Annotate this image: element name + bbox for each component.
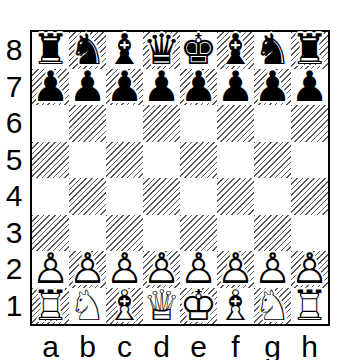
piece-outline-glyph: ♘	[69, 288, 106, 325]
square-d4[interactable]	[143, 178, 180, 215]
black-pawn-icon[interactable]: ♟	[32, 69, 69, 106]
square-h1[interactable]: ♜♖	[291, 288, 328, 325]
rank-label-2: 2	[0, 251, 28, 288]
square-e5[interactable]	[180, 142, 217, 179]
square-a5[interactable]	[32, 142, 69, 179]
black-pawn-icon[interactable]: ♟	[143, 69, 180, 106]
piece-fill-glyph: ♟	[291, 69, 328, 106]
rank-labels: 87654321	[0, 32, 28, 324]
square-e7[interactable]: ♟	[180, 69, 217, 106]
rank-label-3: 3	[0, 215, 28, 252]
file-label-f: f	[217, 330, 254, 360]
piece-fill-glyph: ♟	[254, 69, 291, 106]
white-queen-icon[interactable]: ♛♕	[143, 288, 180, 325]
square-h5[interactable]	[291, 142, 328, 179]
file-labels: abcdefgh	[32, 330, 328, 358]
square-a1[interactable]: ♜♖	[32, 288, 69, 325]
white-knight-icon[interactable]: ♞♘	[254, 288, 291, 325]
piece-fill-glyph: ♟	[32, 69, 69, 106]
rank-label-7: 7	[0, 69, 28, 106]
square-b1[interactable]: ♞♘	[69, 288, 106, 325]
piece-fill-glyph: ♟	[69, 69, 106, 106]
square-d5[interactable]	[143, 142, 180, 179]
chess-diagram: 87654321 ♜♞♝♛♚♝♞♜♟♟♟♟♟♟♟♟♟♙♟♙♟♙♟♙♟♙♟♙♟♙♟…	[0, 0, 360, 360]
square-c7[interactable]: ♟	[106, 69, 143, 106]
piece-outline-glyph: ♖	[291, 288, 328, 325]
white-rook-icon[interactable]: ♜♖	[291, 288, 328, 325]
white-knight-icon[interactable]: ♞♘	[69, 288, 106, 325]
piece-fill-glyph: ♟	[217, 69, 254, 106]
square-h7[interactable]: ♟	[291, 69, 328, 106]
square-g7[interactable]: ♟	[254, 69, 291, 106]
white-rook-icon[interactable]: ♜♖	[32, 288, 69, 325]
file-label-e: e	[180, 330, 217, 360]
piece-outline-glyph: ♕	[143, 288, 180, 325]
piece-outline-glyph: ♘	[254, 288, 291, 325]
square-e1[interactable]: ♚♔	[180, 288, 217, 325]
square-b6[interactable]	[69, 105, 106, 142]
chess-board: ♜♞♝♛♚♝♞♜♟♟♟♟♟♟♟♟♟♙♟♙♟♙♟♙♟♙♟♙♟♙♟♙♜♖♞♘♝♗♛♕…	[30, 30, 330, 326]
piece-outline-glyph: ♗	[217, 288, 254, 325]
square-b5[interactable]	[69, 142, 106, 179]
black-pawn-icon[interactable]: ♟	[180, 69, 217, 106]
square-e4[interactable]	[180, 178, 217, 215]
square-f1[interactable]: ♝♗	[217, 288, 254, 325]
square-f6[interactable]	[217, 105, 254, 142]
white-bishop-icon[interactable]: ♝♗	[106, 288, 143, 325]
rank-label-6: 6	[0, 105, 28, 142]
black-pawn-icon[interactable]: ♟	[291, 69, 328, 106]
file-label-h: h	[291, 330, 328, 360]
piece-outline-glyph: ♗	[106, 288, 143, 325]
square-g1[interactable]: ♞♘	[254, 288, 291, 325]
rank-label-1: 1	[0, 288, 28, 325]
rank-label-5: 5	[0, 142, 28, 179]
square-b4[interactable]	[69, 178, 106, 215]
file-label-g: g	[254, 330, 291, 360]
file-label-b: b	[69, 330, 106, 360]
square-f4[interactable]	[217, 178, 254, 215]
square-c4[interactable]	[106, 178, 143, 215]
square-f7[interactable]: ♟	[217, 69, 254, 106]
rank-label-8: 8	[0, 32, 28, 69]
square-c1[interactable]: ♝♗	[106, 288, 143, 325]
black-pawn-icon[interactable]: ♟	[106, 69, 143, 106]
square-g6[interactable]	[254, 105, 291, 142]
square-a7[interactable]: ♟	[32, 69, 69, 106]
piece-outline-glyph: ♔	[180, 288, 217, 325]
black-pawn-icon[interactable]: ♟	[217, 69, 254, 106]
square-c5[interactable]	[106, 142, 143, 179]
square-g5[interactable]	[254, 142, 291, 179]
square-d7[interactable]: ♟	[143, 69, 180, 106]
square-d6[interactable]	[143, 105, 180, 142]
square-d1[interactable]: ♛♕	[143, 288, 180, 325]
square-h4[interactable]	[291, 178, 328, 215]
square-a4[interactable]	[32, 178, 69, 215]
square-e6[interactable]	[180, 105, 217, 142]
square-g4[interactable]	[254, 178, 291, 215]
square-a6[interactable]	[32, 105, 69, 142]
square-f5[interactable]	[217, 142, 254, 179]
white-bishop-icon[interactable]: ♝♗	[217, 288, 254, 325]
file-label-c: c	[106, 330, 143, 360]
piece-fill-glyph: ♟	[106, 69, 143, 106]
black-pawn-icon[interactable]: ♟	[69, 69, 106, 106]
square-h6[interactable]	[291, 105, 328, 142]
black-pawn-icon[interactable]: ♟	[254, 69, 291, 106]
white-king-icon[interactable]: ♚♔	[180, 288, 217, 325]
file-label-d: d	[143, 330, 180, 360]
rank-label-4: 4	[0, 178, 28, 215]
piece-fill-glyph: ♟	[143, 69, 180, 106]
square-b7[interactable]: ♟	[69, 69, 106, 106]
piece-fill-glyph: ♟	[180, 69, 217, 106]
file-label-a: a	[32, 330, 69, 360]
square-c6[interactable]	[106, 105, 143, 142]
piece-outline-glyph: ♖	[32, 288, 69, 325]
